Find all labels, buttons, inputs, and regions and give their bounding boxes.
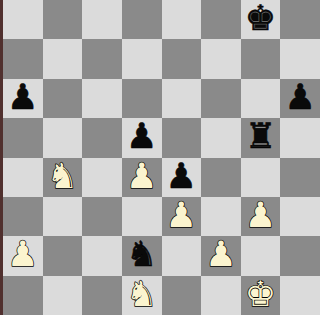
square-h7[interactable] xyxy=(280,39,320,78)
square-b2[interactable] xyxy=(43,236,83,275)
square-g1[interactable]: ♚ xyxy=(241,276,281,315)
square-d4[interactable]: ♟ xyxy=(122,158,162,197)
square-g5[interactable]: ♜ xyxy=(241,118,281,157)
square-f6[interactable] xyxy=(201,79,241,118)
square-a3[interactable] xyxy=(3,197,43,236)
square-e6[interactable] xyxy=(162,79,202,118)
square-a4[interactable] xyxy=(3,158,43,197)
square-b3[interactable] xyxy=(43,197,83,236)
square-e4[interactable]: ♟ xyxy=(162,158,202,197)
square-a1[interactable] xyxy=(3,276,43,315)
square-b1[interactable] xyxy=(43,276,83,315)
square-b7[interactable] xyxy=(43,39,83,78)
square-e3[interactable]: ♟ xyxy=(162,197,202,236)
square-d6[interactable] xyxy=(122,79,162,118)
square-d7[interactable] xyxy=(122,39,162,78)
square-a2[interactable]: ♟ xyxy=(3,236,43,275)
square-c2[interactable] xyxy=(82,236,122,275)
square-b4[interactable]: ♞ xyxy=(43,158,83,197)
square-f8[interactable] xyxy=(201,0,241,39)
piece-white-pawn[interactable]: ♟ xyxy=(7,237,38,272)
square-f1[interactable] xyxy=(201,276,241,315)
square-e2[interactable] xyxy=(162,236,202,275)
piece-white-king[interactable]: ♚ xyxy=(245,277,276,312)
square-g7[interactable] xyxy=(241,39,281,78)
square-e8[interactable] xyxy=(162,0,202,39)
square-c1[interactable] xyxy=(82,276,122,315)
piece-black-knight[interactable]: ♞ xyxy=(126,237,157,272)
square-f4[interactable] xyxy=(201,158,241,197)
square-h5[interactable] xyxy=(280,118,320,157)
piece-white-knight[interactable]: ♞ xyxy=(126,277,157,312)
square-d8[interactable] xyxy=(122,0,162,39)
square-h4[interactable] xyxy=(280,158,320,197)
piece-black-pawn[interactable]: ♟ xyxy=(284,80,315,115)
square-c8[interactable] xyxy=(82,0,122,39)
square-a8[interactable] xyxy=(3,0,43,39)
square-g8[interactable]: ♚ xyxy=(241,0,281,39)
piece-white-pawn[interactable]: ♟ xyxy=(245,198,276,233)
piece-white-pawn[interactable]: ♟ xyxy=(205,237,236,272)
square-c4[interactable] xyxy=(82,158,122,197)
square-d5[interactable]: ♟ xyxy=(122,118,162,157)
piece-black-king[interactable]: ♚ xyxy=(245,1,276,36)
square-e1[interactable] xyxy=(162,276,202,315)
square-f2[interactable]: ♟ xyxy=(201,236,241,275)
square-a7[interactable] xyxy=(3,39,43,78)
piece-white-knight[interactable]: ♞ xyxy=(47,159,78,194)
chess-diagram: ♚♟♟♟♜♞♟♟♟♟♟♞♟♞♚ xyxy=(0,0,320,315)
square-a5[interactable] xyxy=(3,118,43,157)
square-f7[interactable] xyxy=(201,39,241,78)
piece-white-pawn[interactable]: ♟ xyxy=(166,198,197,233)
square-e7[interactable] xyxy=(162,39,202,78)
square-h8[interactable] xyxy=(280,0,320,39)
square-b8[interactable] xyxy=(43,0,83,39)
chess-board[interactable]: ♚♟♟♟♜♞♟♟♟♟♟♞♟♞♚ xyxy=(3,0,320,315)
square-g4[interactable] xyxy=(241,158,281,197)
square-c5[interactable] xyxy=(82,118,122,157)
square-e5[interactable] xyxy=(162,118,202,157)
square-f5[interactable] xyxy=(201,118,241,157)
square-a6[interactable]: ♟ xyxy=(3,79,43,118)
square-b5[interactable] xyxy=(43,118,83,157)
square-h6[interactable]: ♟ xyxy=(280,79,320,118)
square-d1[interactable]: ♞ xyxy=(122,276,162,315)
square-b6[interactable] xyxy=(43,79,83,118)
piece-white-pawn[interactable]: ♟ xyxy=(126,159,157,194)
piece-black-rook[interactable]: ♜ xyxy=(245,119,276,154)
square-f3[interactable] xyxy=(201,197,241,236)
square-d3[interactable] xyxy=(122,197,162,236)
square-g2[interactable] xyxy=(241,236,281,275)
piece-black-pawn[interactable]: ♟ xyxy=(126,119,157,154)
square-g6[interactable] xyxy=(241,79,281,118)
square-h2[interactable] xyxy=(280,236,320,275)
square-c6[interactable] xyxy=(82,79,122,118)
square-g3[interactable]: ♟ xyxy=(241,197,281,236)
square-c3[interactable] xyxy=(82,197,122,236)
square-c7[interactable] xyxy=(82,39,122,78)
square-h3[interactable] xyxy=(280,197,320,236)
square-h1[interactable] xyxy=(280,276,320,315)
square-d2[interactable]: ♞ xyxy=(122,236,162,275)
piece-black-pawn[interactable]: ♟ xyxy=(7,80,38,115)
piece-black-pawn[interactable]: ♟ xyxy=(166,159,197,194)
